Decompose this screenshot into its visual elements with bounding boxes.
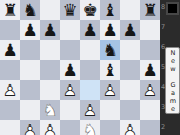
- square-g5[interactable]: [120, 60, 140, 80]
- square-b4[interactable]: [20, 80, 40, 100]
- square-f7[interactable]: ♟: [100, 20, 120, 40]
- black-pawn: ♟: [100, 20, 120, 40]
- square-g4[interactable]: [120, 80, 140, 100]
- square-d8[interactable]: ♛: [60, 0, 80, 20]
- square-h8[interactable]: ♜: [140, 0, 160, 20]
- new-game-button[interactable]: New Game: [165, 47, 180, 114]
- square-e8[interactable]: ♚: [80, 0, 100, 20]
- square-d5[interactable]: ♟: [60, 60, 80, 80]
- black-rook: ♜: [140, 0, 160, 20]
- white-pawn-outline: ♙: [40, 120, 60, 135]
- square-b8[interactable]: ♞: [20, 0, 40, 20]
- square-e3[interactable]: ♟♙: [80, 100, 100, 120]
- square-c4[interactable]: [40, 80, 60, 100]
- black-king: ♚: [80, 0, 100, 20]
- square-f3[interactable]: [100, 100, 120, 120]
- square-d6[interactable]: [60, 40, 80, 60]
- square-b6[interactable]: [20, 40, 40, 60]
- white-knight-outline: ♘: [40, 100, 60, 120]
- black-knight: ♞: [20, 0, 40, 20]
- black-pawn: ♟: [80, 20, 100, 40]
- square-b5[interactable]: [20, 60, 40, 80]
- black-bishop: ♝: [100, 0, 120, 20]
- square-d3[interactable]: [60, 100, 80, 120]
- square-h7[interactable]: [140, 20, 160, 40]
- black-bishop: ♝: [100, 60, 120, 80]
- white-pawn-outline: ♙: [120, 120, 140, 135]
- square-h6[interactable]: [140, 40, 160, 60]
- square-c3[interactable]: ♞♘: [40, 100, 60, 120]
- square-a6[interactable]: ♟: [0, 40, 20, 60]
- square-e2[interactable]: ♞♘: [80, 120, 100, 135]
- square-b3[interactable]: [20, 100, 40, 120]
- black-pawn: ♟: [20, 20, 40, 40]
- square-g7[interactable]: ♟: [120, 20, 140, 40]
- chess-board: ♜♞♛♚♝♜♟♟♟♟♟♟♞♟♝♟♟♙♟♙♟♙♟♙♞♘♟♙♟♙♟♙♞♘♟♙: [0, 0, 160, 135]
- square-a8[interactable]: ♜: [0, 0, 20, 20]
- black-queen: ♛: [60, 0, 80, 20]
- white-pawn-outline: ♙: [0, 80, 20, 100]
- white-knight-outline: ♘: [80, 120, 100, 135]
- square-h4[interactable]: ♟♙: [140, 80, 160, 100]
- white-pawn-outline: ♙: [60, 80, 80, 100]
- square-f6[interactable]: ♞: [100, 40, 120, 60]
- square-f8[interactable]: ♝: [100, 0, 120, 20]
- square-a7[interactable]: [0, 20, 20, 40]
- white-pawn-outline: ♙: [140, 80, 160, 100]
- board-viewport: ♜♞♛♚♝♜♟♟♟♟♟♟♞♟♝♟♟♙♟♙♟♙♟♙♞♘♟♙♟♙♟♙♞♘♟♙: [0, 0, 160, 135]
- rank-label-2: 2: [160, 120, 168, 135]
- square-c7[interactable]: ♟: [40, 20, 60, 40]
- square-e6[interactable]: [80, 40, 100, 60]
- black-rook: ♜: [0, 0, 20, 20]
- square-b7[interactable]: ♟: [20, 20, 40, 40]
- chess-app-window: ♜♞♛♚♝♜♟♟♟♟♟♟♞♟♝♟♟♙♟♙♟♙♟♙♞♘♟♙♟♙♟♙♞♘♟♙ 8 7…: [0, 0, 180, 135]
- square-b2[interactable]: ♟♙: [20, 120, 40, 135]
- square-h3[interactable]: [140, 100, 160, 120]
- white-pawn-outline: ♙: [20, 120, 40, 135]
- black-pawn: ♟: [60, 60, 80, 80]
- square-e5[interactable]: [80, 60, 100, 80]
- square-a4[interactable]: ♟♙: [0, 80, 20, 100]
- black-pawn: ♟: [120, 20, 140, 40]
- square-h2[interactable]: [140, 120, 160, 135]
- square-d4[interactable]: ♟♙: [60, 80, 80, 100]
- square-g8[interactable]: [120, 0, 140, 20]
- square-c5[interactable]: [40, 60, 60, 80]
- square-f5[interactable]: ♝: [100, 60, 120, 80]
- black-pawn: ♟: [140, 60, 160, 80]
- white-pawn-outline: ♙: [80, 100, 100, 120]
- black-knight: ♞: [100, 40, 120, 60]
- black-pawn: ♟: [0, 40, 20, 60]
- square-c2[interactable]: ♟♙: [40, 120, 60, 135]
- square-g2[interactable]: ♟♙: [120, 120, 140, 135]
- square-c6[interactable]: [40, 40, 60, 60]
- black-to-move-indicator-icon: [166, 2, 179, 15]
- rank-label-7: 7: [160, 20, 168, 40]
- square-h5[interactable]: ♟: [140, 60, 160, 80]
- square-e4[interactable]: [80, 80, 100, 100]
- square-g3[interactable]: [120, 100, 140, 120]
- square-a5[interactable]: [0, 60, 20, 80]
- square-d7[interactable]: [60, 20, 80, 40]
- white-pawn-outline: ♙: [100, 80, 120, 100]
- square-f4[interactable]: ♟♙: [100, 80, 120, 100]
- square-a2[interactable]: [0, 120, 20, 135]
- square-c8[interactable]: [40, 0, 60, 20]
- square-d2[interactable]: [60, 120, 80, 135]
- square-e7[interactable]: ♟: [80, 20, 100, 40]
- black-pawn: ♟: [40, 20, 60, 40]
- square-g6[interactable]: [120, 40, 140, 60]
- square-a3[interactable]: [0, 100, 20, 120]
- square-f2[interactable]: [100, 120, 120, 135]
